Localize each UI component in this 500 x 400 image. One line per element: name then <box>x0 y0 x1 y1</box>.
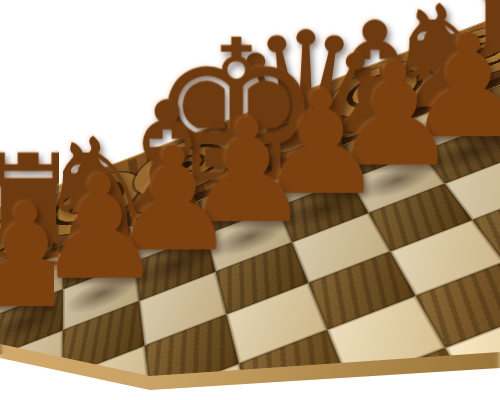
chess-board: ♜♞♝♛♚♝♞♜♟♟♟♟♟♟♟♟ <box>0 72 500 400</box>
square-c4[interactable] <box>390 220 500 296</box>
square-e4[interactable] <box>226 283 327 364</box>
product-photo-canvas: chess ♜♞♝♛♚♝♞♜♟♟♟♟♟♟♟♟ <box>0 0 500 400</box>
square-e3[interactable] <box>216 242 309 314</box>
square-f3[interactable] <box>139 272 226 346</box>
square-d4[interactable] <box>308 251 415 329</box>
square-c5[interactable] <box>416 262 500 348</box>
square-b4[interactable] <box>472 189 500 262</box>
board-perspective-scene: ♜♞♝♛♚♝♞♜♟♟♟♟♟♟♟♟ <box>0 0 500 400</box>
square-d3[interactable] <box>292 213 390 283</box>
